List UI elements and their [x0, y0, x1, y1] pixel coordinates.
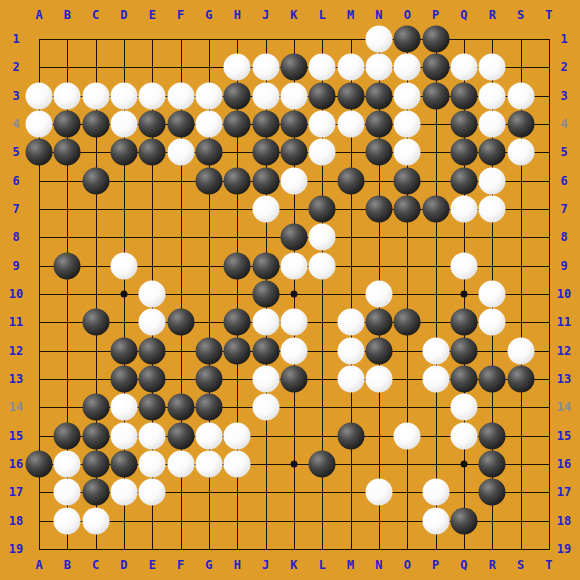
stone-white-J3[interactable]	[252, 82, 279, 109]
row-label-left-15: 15	[9, 430, 23, 442]
stone-white-A4[interactable]	[26, 110, 53, 137]
stone-black-L16[interactable]	[309, 450, 336, 477]
stone-white-G15[interactable]	[195, 422, 222, 449]
row-label-left-10: 10	[9, 288, 23, 300]
hoshi-point-D10	[120, 290, 127, 297]
col-label-top-T: T	[545, 9, 552, 21]
col-label-bottom-H: H	[234, 559, 241, 571]
stone-white-Q15[interactable]	[450, 422, 477, 449]
stone-white-E17[interactable]	[139, 479, 166, 506]
row-label-left-13: 13	[9, 373, 23, 385]
row-label-left-19: 19	[9, 543, 23, 555]
stone-white-B18[interactable]	[54, 507, 81, 534]
stone-white-G4[interactable]	[195, 110, 222, 137]
col-label-top-N: N	[375, 9, 382, 21]
stone-white-D9[interactable]	[110, 252, 137, 279]
row-label-right-4: 4	[560, 118, 567, 130]
col-label-bottom-F: F	[177, 559, 184, 571]
row-label-left-9: 9	[12, 260, 19, 272]
stone-white-C18[interactable]	[82, 507, 109, 534]
stone-black-N4[interactable]	[365, 110, 392, 137]
stone-white-K12[interactable]	[280, 337, 307, 364]
stone-black-D13[interactable]	[110, 365, 137, 392]
stone-white-Q9[interactable]	[450, 252, 477, 279]
stone-white-R11[interactable]	[479, 309, 506, 336]
stone-white-C3[interactable]	[82, 82, 109, 109]
stone-white-K6[interactable]	[280, 167, 307, 194]
stone-white-D4[interactable]	[110, 110, 137, 137]
row-label-right-11: 11	[557, 316, 571, 328]
row-label-left-6: 6	[12, 175, 19, 187]
stone-black-P2[interactable]	[422, 54, 449, 81]
stone-black-R13[interactable]	[479, 365, 506, 392]
stone-black-B15[interactable]	[54, 422, 81, 449]
row-label-right-12: 12	[557, 345, 571, 357]
stone-white-R10[interactable]	[479, 280, 506, 307]
stone-white-P17[interactable]	[422, 479, 449, 506]
row-label-left-1: 1	[12, 33, 19, 45]
stone-black-D5[interactable]	[110, 139, 137, 166]
stone-white-F3[interactable]	[167, 82, 194, 109]
row-label-right-8: 8	[560, 231, 567, 243]
stone-black-C16[interactable]	[82, 450, 109, 477]
stone-black-L3[interactable]	[309, 82, 336, 109]
stone-black-K4[interactable]	[280, 110, 307, 137]
row-label-right-14: 14	[557, 401, 571, 413]
col-label-top-G: G	[205, 9, 212, 21]
stone-black-L7[interactable]	[309, 195, 336, 222]
col-label-bottom-L: L	[319, 559, 326, 571]
stone-white-O2[interactable]	[394, 54, 421, 81]
stone-black-O7[interactable]	[394, 195, 421, 222]
stone-black-Q18[interactable]	[450, 507, 477, 534]
stone-white-B16[interactable]	[54, 450, 81, 477]
col-label-top-F: F	[177, 9, 184, 21]
stone-black-H3[interactable]	[224, 82, 251, 109]
stone-white-N17[interactable]	[365, 479, 392, 506]
stone-black-J10[interactable]	[252, 280, 279, 307]
row-label-left-12: 12	[9, 345, 23, 357]
stone-white-H16[interactable]	[224, 450, 251, 477]
stone-white-Q2[interactable]	[450, 54, 477, 81]
col-label-bottom-K: K	[290, 559, 297, 571]
col-label-bottom-N: N	[375, 559, 382, 571]
row-label-left-3: 3	[12, 90, 19, 102]
stone-black-B4[interactable]	[54, 110, 81, 137]
col-label-top-M: M	[347, 9, 354, 21]
stone-white-L9[interactable]	[309, 252, 336, 279]
col-label-top-Q: Q	[460, 9, 467, 21]
stone-black-J5[interactable]	[252, 139, 279, 166]
row-label-left-16: 16	[9, 458, 23, 470]
row-label-right-7: 7	[560, 203, 567, 215]
stone-black-K5[interactable]	[280, 139, 307, 166]
col-label-top-O: O	[404, 9, 411, 21]
row-label-right-6: 6	[560, 175, 567, 187]
stone-white-E3[interactable]	[139, 82, 166, 109]
row-label-left-2: 2	[12, 61, 19, 73]
stone-black-Q3[interactable]	[450, 82, 477, 109]
stone-black-J9[interactable]	[252, 252, 279, 279]
stone-white-N10[interactable]	[365, 280, 392, 307]
stone-black-S13[interactable]	[507, 365, 534, 392]
stone-black-C14[interactable]	[82, 394, 109, 421]
stone-white-S12[interactable]	[507, 337, 534, 364]
stone-white-D3[interactable]	[110, 82, 137, 109]
stone-black-F11[interactable]	[167, 309, 194, 336]
col-label-top-L: L	[319, 9, 326, 21]
col-label-bottom-A: A	[35, 559, 42, 571]
col-label-bottom-T: T	[545, 559, 552, 571]
col-label-bottom-E: E	[149, 559, 156, 571]
stone-white-J7[interactable]	[252, 195, 279, 222]
stone-black-Q6[interactable]	[450, 167, 477, 194]
stone-black-D12[interactable]	[110, 337, 137, 364]
stone-black-E5[interactable]	[139, 139, 166, 166]
stone-black-O6[interactable]	[394, 167, 421, 194]
stone-black-G13[interactable]	[195, 365, 222, 392]
row-label-right-3: 3	[560, 90, 567, 102]
row-label-right-17: 17	[557, 486, 571, 498]
col-label-bottom-P: P	[432, 559, 439, 571]
stone-black-C6[interactable]	[82, 167, 109, 194]
stone-white-K3[interactable]	[280, 82, 307, 109]
row-label-left-11: 11	[9, 316, 23, 328]
stone-black-A5[interactable]	[26, 139, 53, 166]
row-label-left-7: 7	[12, 203, 19, 215]
stone-black-A16[interactable]	[26, 450, 53, 477]
stone-white-S3[interactable]	[507, 82, 534, 109]
col-label-bottom-B: B	[64, 559, 71, 571]
stone-white-J11[interactable]	[252, 309, 279, 336]
stone-white-G16[interactable]	[195, 450, 222, 477]
col-label-top-K: K	[290, 9, 297, 21]
stone-black-M6[interactable]	[337, 167, 364, 194]
stone-white-P13[interactable]	[422, 365, 449, 392]
stone-black-J4[interactable]	[252, 110, 279, 137]
stone-white-J2[interactable]	[252, 54, 279, 81]
col-label-bottom-S: S	[517, 559, 524, 571]
col-label-bottom-J: J	[262, 559, 269, 571]
stone-black-B5[interactable]	[54, 139, 81, 166]
stone-black-E13[interactable]	[139, 365, 166, 392]
hoshi-point-Q16	[460, 460, 467, 467]
stone-black-J12[interactable]	[252, 337, 279, 364]
stone-black-H4[interactable]	[224, 110, 251, 137]
stone-white-R7[interactable]	[479, 195, 506, 222]
stone-white-N2[interactable]	[365, 54, 392, 81]
col-label-top-D: D	[120, 9, 127, 21]
col-label-top-R: R	[489, 9, 496, 21]
col-label-bottom-R: R	[489, 559, 496, 571]
row-label-left-17: 17	[9, 486, 23, 498]
stone-white-H15[interactable]	[224, 422, 251, 449]
stone-black-P1[interactable]	[422, 26, 449, 53]
stone-white-M4[interactable]	[337, 110, 364, 137]
stone-black-N11[interactable]	[365, 309, 392, 336]
stone-black-M15[interactable]	[337, 422, 364, 449]
col-label-top-J: J	[262, 9, 269, 21]
stone-black-H12[interactable]	[224, 337, 251, 364]
stone-white-E16[interactable]	[139, 450, 166, 477]
stone-black-D16[interactable]	[110, 450, 137, 477]
col-label-bottom-D: D	[120, 559, 127, 571]
col-label-top-B: B	[64, 9, 71, 21]
row-label-right-13: 13	[557, 373, 571, 385]
stone-black-Q11[interactable]	[450, 309, 477, 336]
stone-black-O11[interactable]	[394, 309, 421, 336]
stone-black-R5[interactable]	[479, 139, 506, 166]
stone-white-L2[interactable]	[309, 54, 336, 81]
col-label-top-A: A	[35, 9, 42, 21]
row-label-right-18: 18	[557, 515, 571, 527]
stone-white-E11[interactable]	[139, 309, 166, 336]
col-label-bottom-C: C	[92, 559, 99, 571]
stone-black-S4[interactable]	[507, 110, 534, 137]
stone-white-M12[interactable]	[337, 337, 364, 364]
stone-white-R2[interactable]	[479, 54, 506, 81]
row-label-left-4: 4	[12, 118, 19, 130]
col-label-top-P: P	[432, 9, 439, 21]
row-label-right-10: 10	[557, 288, 571, 300]
row-label-right-1: 1	[560, 33, 567, 45]
stone-white-J13[interactable]	[252, 365, 279, 392]
stone-white-B3[interactable]	[54, 82, 81, 109]
stone-black-C4[interactable]	[82, 110, 109, 137]
stone-black-G14[interactable]	[195, 394, 222, 421]
col-label-top-E: E	[149, 9, 156, 21]
stone-black-Q5[interactable]	[450, 139, 477, 166]
stone-white-M2[interactable]	[337, 54, 364, 81]
stone-black-Q12[interactable]	[450, 337, 477, 364]
stone-white-L8[interactable]	[309, 224, 336, 251]
stone-white-M13[interactable]	[337, 365, 364, 392]
stone-white-R3[interactable]	[479, 82, 506, 109]
stone-black-Q4[interactable]	[450, 110, 477, 137]
stone-black-R17[interactable]	[479, 479, 506, 506]
stone-white-D17[interactable]	[110, 479, 137, 506]
stone-black-K13[interactable]	[280, 365, 307, 392]
col-label-bottom-G: G	[205, 559, 212, 571]
stone-white-F5[interactable]	[167, 139, 194, 166]
stone-white-E10[interactable]	[139, 280, 166, 307]
col-label-bottom-M: M	[347, 559, 354, 571]
stone-black-P3[interactable]	[422, 82, 449, 109]
stone-black-O1[interactable]	[394, 26, 421, 53]
stone-white-K11[interactable]	[280, 309, 307, 336]
stone-white-P12[interactable]	[422, 337, 449, 364]
stone-white-O5[interactable]	[394, 139, 421, 166]
stone-black-R16[interactable]	[479, 450, 506, 477]
stone-black-C11[interactable]	[82, 309, 109, 336]
stone-white-B17[interactable]	[54, 479, 81, 506]
stone-white-K9[interactable]	[280, 252, 307, 279]
stone-black-K2[interactable]	[280, 54, 307, 81]
stone-white-S5[interactable]	[507, 139, 534, 166]
stone-black-E14[interactable]	[139, 394, 166, 421]
stone-white-L5[interactable]	[309, 139, 336, 166]
col-label-top-C: C	[92, 9, 99, 21]
stone-white-O4[interactable]	[394, 110, 421, 137]
stone-white-E15[interactable]	[139, 422, 166, 449]
stone-black-B9[interactable]	[54, 252, 81, 279]
stone-black-G12[interactable]	[195, 337, 222, 364]
stone-black-K8[interactable]	[280, 224, 307, 251]
stone-black-C15[interactable]	[82, 422, 109, 449]
stone-white-M11[interactable]	[337, 309, 364, 336]
stone-white-N1[interactable]	[365, 26, 392, 53]
stone-black-M3[interactable]	[337, 82, 364, 109]
col-label-bottom-Q: Q	[460, 559, 467, 571]
stone-white-L4[interactable]	[309, 110, 336, 137]
stone-black-F15[interactable]	[167, 422, 194, 449]
hoshi-point-K10	[290, 290, 297, 297]
row-label-left-14: 14	[9, 401, 23, 413]
stone-white-O3[interactable]	[394, 82, 421, 109]
row-label-right-19: 19	[557, 543, 571, 555]
stone-black-E4[interactable]	[139, 110, 166, 137]
stone-black-G6[interactable]	[195, 167, 222, 194]
stone-black-N5[interactable]	[365, 139, 392, 166]
stone-black-N3[interactable]	[365, 82, 392, 109]
hoshi-point-K16	[290, 460, 297, 467]
stone-black-Q13[interactable]	[450, 365, 477, 392]
stone-black-H11[interactable]	[224, 309, 251, 336]
hoshi-point-Q10	[460, 290, 467, 297]
stone-black-E12[interactable]	[139, 337, 166, 364]
stone-black-F4[interactable]	[167, 110, 194, 137]
stone-white-J14[interactable]	[252, 394, 279, 421]
row-label-left-18: 18	[9, 515, 23, 527]
stone-black-J6[interactable]	[252, 167, 279, 194]
stone-white-Q14[interactable]	[450, 394, 477, 421]
stone-black-G5[interactable]	[195, 139, 222, 166]
row-label-left-5: 5	[12, 146, 19, 158]
stone-white-F16[interactable]	[167, 450, 194, 477]
col-label-bottom-O: O	[404, 559, 411, 571]
stone-white-R6[interactable]	[479, 167, 506, 194]
col-label-top-S: S	[517, 9, 524, 21]
stone-white-N13[interactable]	[365, 365, 392, 392]
stone-white-G3[interactable]	[195, 82, 222, 109]
row-label-right-15: 15	[557, 430, 571, 442]
stone-white-A3[interactable]	[26, 82, 53, 109]
stone-white-Q7[interactable]	[450, 195, 477, 222]
stone-black-N12[interactable]	[365, 337, 392, 364]
stone-black-H6[interactable]	[224, 167, 251, 194]
stone-black-P7[interactable]	[422, 195, 449, 222]
row-label-left-8: 8	[12, 231, 19, 243]
row-label-right-2: 2	[560, 61, 567, 73]
stone-black-H9[interactable]	[224, 252, 251, 279]
stone-white-P18[interactable]	[422, 507, 449, 534]
row-label-right-9: 9	[560, 260, 567, 272]
stone-white-D14[interactable]	[110, 394, 137, 421]
stone-black-N7[interactable]	[365, 195, 392, 222]
stone-black-C17[interactable]	[82, 479, 109, 506]
stone-black-F14[interactable]	[167, 394, 194, 421]
row-label-right-5: 5	[560, 146, 567, 158]
stone-white-R4[interactable]	[479, 110, 506, 137]
stone-white-H2[interactable]	[224, 54, 251, 81]
stone-white-O15[interactable]	[394, 422, 421, 449]
stone-white-D15[interactable]	[110, 422, 137, 449]
col-label-top-H: H	[234, 9, 241, 21]
go-board-screen: AABBCCDDEEFFGGHHJJKKLLMMNNOOPPQQRRSSTT11…	[0, 0, 580, 580]
row-label-right-16: 16	[557, 458, 571, 470]
stone-black-R15[interactable]	[479, 422, 506, 449]
